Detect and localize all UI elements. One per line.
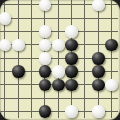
- board-grid: ○○○○○○○○○●●○●●●●○●●●●●●○●○○: [0, 0, 118, 118]
- board-intersection[interactable]: [25, 52, 38, 65]
- white-stone: ○: [39, 52, 52, 65]
- white-stone: ○: [105, 79, 118, 92]
- board-intersection[interactable]: [52, 105, 65, 118]
- black-stone: ●: [39, 65, 52, 78]
- board-intersection[interactable]: [78, 25, 91, 38]
- black-stone: ●: [12, 65, 25, 78]
- board-intersection[interactable]: [78, 12, 91, 25]
- board-intersection[interactable]: [105, 52, 118, 65]
- board-intersection[interactable]: [12, 0, 25, 12]
- board-intersection[interactable]: [105, 92, 118, 105]
- board-intersection[interactable]: [12, 12, 25, 25]
- board-intersection[interactable]: ●: [92, 78, 105, 91]
- black-stone: ●: [65, 65, 78, 78]
- board-intersection[interactable]: [12, 52, 25, 65]
- white-stone: ○: [12, 39, 25, 52]
- board-intersection[interactable]: ○: [38, 25, 51, 38]
- board-intersection[interactable]: [92, 92, 105, 105]
- board-intersection[interactable]: ●: [105, 38, 118, 51]
- white-stone: ○: [52, 39, 65, 52]
- black-stone: ●: [39, 79, 52, 92]
- board-intersection[interactable]: [105, 105, 118, 118]
- board-intersection[interactable]: [105, 65, 118, 78]
- board-intersection[interactable]: [25, 105, 38, 118]
- black-stone: ●: [105, 39, 118, 52]
- white-stone: ○: [39, 25, 52, 38]
- board-intersection[interactable]: ○: [52, 65, 65, 78]
- board-intersection[interactable]: [25, 12, 38, 25]
- white-stone: ○: [65, 105, 78, 118]
- black-stone: ●: [65, 39, 78, 52]
- black-stone: ●: [92, 52, 105, 65]
- board-intersection[interactable]: [25, 65, 38, 78]
- board-intersection[interactable]: [0, 105, 12, 118]
- board-intersection[interactable]: [105, 25, 118, 38]
- board-intersection[interactable]: ○: [38, 52, 51, 65]
- board-intersection[interactable]: ●: [65, 38, 78, 51]
- board-intersection[interactable]: [105, 12, 118, 25]
- white-stone: ○: [39, 39, 52, 52]
- board-intersection[interactable]: [12, 92, 25, 105]
- go-board[interactable]: ○○○○○○○○○●●○●●●●○●●●●●●○●○○: [0, 0, 120, 120]
- board-intersection[interactable]: ●: [65, 65, 78, 78]
- board-intersection[interactable]: [12, 78, 25, 91]
- board-intersection[interactable]: [0, 25, 12, 38]
- board-intersection[interactable]: [52, 25, 65, 38]
- white-stone: ○: [0, 39, 11, 52]
- board-intersection[interactable]: [0, 52, 12, 65]
- white-stone: ○: [39, 0, 52, 11]
- board-intersection[interactable]: [92, 12, 105, 25]
- board-intersection[interactable]: [78, 78, 91, 91]
- board-intersection[interactable]: [12, 25, 25, 38]
- black-stone: ●: [92, 79, 105, 92]
- board-intersection[interactable]: ●: [92, 65, 105, 78]
- board-intersection[interactable]: [25, 0, 38, 12]
- board-intersection[interactable]: [78, 52, 91, 65]
- board-intersection[interactable]: [25, 78, 38, 91]
- board-intersection[interactable]: [52, 12, 65, 25]
- board-intersection[interactable]: ●: [52, 78, 65, 91]
- board-intersection[interactable]: [65, 12, 78, 25]
- board-intersection[interactable]: [0, 65, 12, 78]
- black-stone: ●: [52, 79, 65, 92]
- white-stone: ○: [92, 105, 105, 118]
- board-intersection[interactable]: [65, 92, 78, 105]
- board-intersection[interactable]: [52, 52, 65, 65]
- black-stone: ●: [65, 79, 78, 92]
- app-icon: ○○○○○○○○○●●○●●●●○●●●●●●○●○○: [0, 0, 120, 120]
- board-intersection[interactable]: ○: [38, 38, 51, 51]
- black-stone: ●: [39, 105, 52, 118]
- board-intersection[interactable]: ●: [65, 52, 78, 65]
- board-intersection[interactable]: [0, 78, 12, 91]
- board-intersection[interactable]: ●: [92, 52, 105, 65]
- board-intersection[interactable]: [52, 92, 65, 105]
- board-intersection[interactable]: [78, 0, 91, 12]
- board-intersection[interactable]: ●: [38, 105, 51, 118]
- board-intersection[interactable]: ●: [65, 78, 78, 91]
- board-intersection[interactable]: [25, 38, 38, 51]
- board-intersection[interactable]: [38, 12, 51, 25]
- black-stone: ●: [65, 52, 78, 65]
- board-intersection[interactable]: [38, 92, 51, 105]
- board-intersection[interactable]: ○: [105, 78, 118, 91]
- board-intersection[interactable]: ●: [38, 78, 51, 91]
- board-intersection[interactable]: [78, 38, 91, 51]
- white-stone: ○: [0, 12, 11, 25]
- board-intersection[interactable]: [0, 92, 12, 105]
- board-intersection[interactable]: [25, 25, 38, 38]
- board-intersection[interactable]: ○: [12, 38, 25, 51]
- board-intersection[interactable]: ○: [38, 0, 51, 12]
- white-stone: ○: [52, 65, 65, 78]
- board-intersection[interactable]: [92, 25, 105, 38]
- board-intersection[interactable]: [52, 0, 65, 12]
- board-intersection[interactable]: [25, 92, 38, 105]
- board-intersection[interactable]: ○: [65, 105, 78, 118]
- board-intersection[interactable]: ○: [0, 38, 12, 51]
- white-stone: ○: [65, 25, 78, 38]
- white-stone: ○: [92, 0, 105, 11]
- board-intersection[interactable]: ○: [65, 25, 78, 38]
- board-intersection[interactable]: [78, 92, 91, 105]
- board-intersection[interactable]: [0, 0, 12, 12]
- board-intersection[interactable]: [78, 65, 91, 78]
- board-intersection[interactable]: ●: [12, 65, 25, 78]
- board-intersection[interactable]: ○: [0, 12, 12, 25]
- board-intersection[interactable]: [65, 0, 78, 12]
- board-intersection[interactable]: ●: [38, 65, 51, 78]
- board-intersection[interactable]: ○: [52, 38, 65, 51]
- board-intersection[interactable]: [92, 38, 105, 51]
- black-stone: ●: [92, 65, 105, 78]
- board-intersection[interactable]: ○: [92, 0, 105, 12]
- board-intersection[interactable]: [105, 0, 118, 12]
- board-intersection[interactable]: ○: [92, 105, 105, 118]
- board-intersection[interactable]: [12, 105, 25, 118]
- board-intersection[interactable]: [78, 105, 91, 118]
